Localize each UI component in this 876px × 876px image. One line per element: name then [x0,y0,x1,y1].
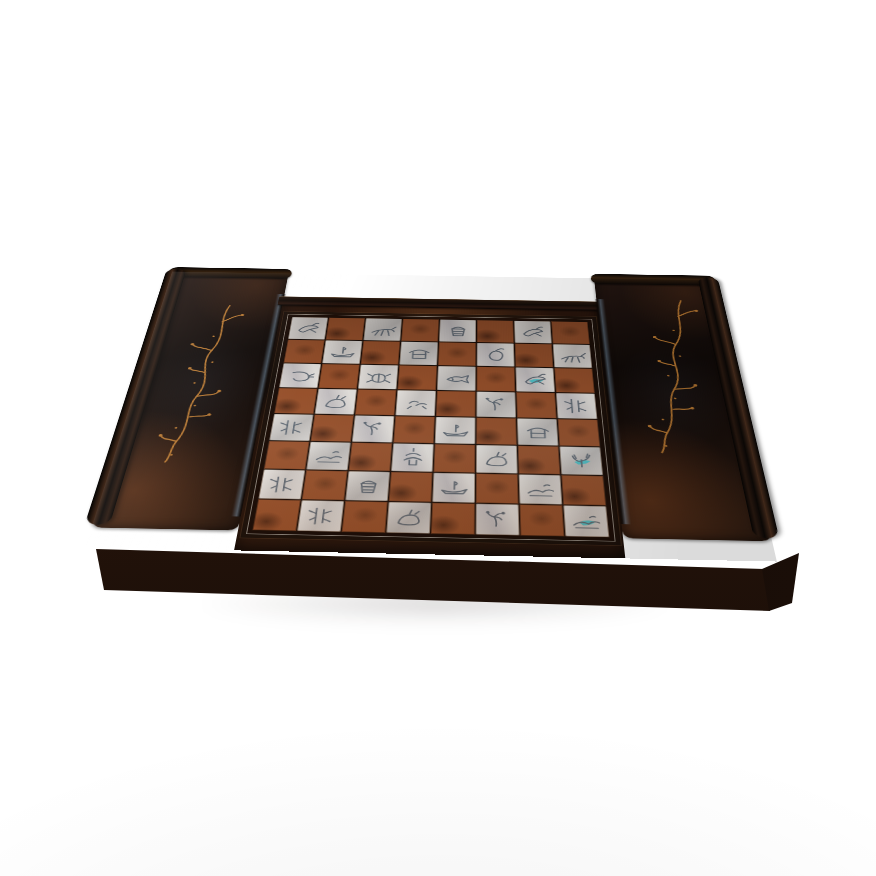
tray-right-end-molding [590,274,716,286]
square-d7[interactable] [399,341,438,365]
square-c6[interactable] [358,365,399,390]
gilt-branch-right-icon [638,295,705,459]
motif-flower-icon [479,506,516,533]
motif-bird-icon [517,322,549,341]
square-d2[interactable] [389,472,433,502]
motif-bamboo-icon [262,472,302,497]
square-f6[interactable] [477,367,516,392]
motif-peach-icon [480,345,512,365]
square-g3[interactable] [518,446,561,475]
tray-left-end-molding [167,267,292,279]
board-scene [85,200,785,630]
square-b3[interactable] [306,442,351,471]
motif-bird-icon [518,369,551,390]
square-d1[interactable] [386,502,431,534]
square-d8[interactable] [401,319,439,342]
square-b7[interactable] [322,340,362,364]
motif-flower-icon [479,393,512,415]
square-e1[interactable] [431,503,475,535]
motif-bamboo-icon [559,395,594,417]
motif-rock-icon [479,447,514,471]
square-a4[interactable] [269,414,313,441]
board-grid [252,316,611,538]
board-frame [246,314,616,542]
square-d6[interactable] [397,365,437,390]
square-g5[interactable] [516,392,557,418]
square-a7[interactable] [284,340,325,364]
motif-boat-icon [438,419,472,442]
motif-shrimp-icon [282,365,318,386]
motif-boat-icon [325,342,359,362]
motif-pavilion-icon [520,420,555,443]
square-f2[interactable] [476,473,519,503]
motif-basket-icon [349,473,387,498]
motif-coral-icon [563,449,600,473]
motif-landscape-icon [310,444,348,468]
square-e2[interactable] [432,473,475,503]
square-a6[interactable] [279,363,321,388]
motif-flower-icon [355,417,391,440]
square-f7[interactable] [477,343,515,367]
square-c2[interactable] [345,471,390,501]
square-a5[interactable] [274,388,317,414]
square-f3[interactable] [476,445,518,474]
square-h4[interactable] [558,419,601,447]
motif-bamboo-icon [301,503,341,530]
motif-pavilion-icon [402,343,435,363]
square-e5[interactable] [436,391,476,417]
square-e8[interactable] [439,319,476,342]
square-f8[interactable] [477,320,514,343]
motif-rock-icon [390,504,428,531]
motif-grasshopper-icon [556,346,589,366]
square-a2[interactable] [258,469,305,499]
square-f5[interactable] [476,391,516,417]
square-c8[interactable] [363,318,402,341]
square-e6[interactable] [437,366,476,391]
motif-pagoda-icon [394,445,430,469]
square-c5[interactable] [355,389,397,415]
board-panel [234,301,625,559]
square-g4[interactable] [517,418,559,445]
square-h5[interactable] [556,393,597,419]
square-g8[interactable] [514,321,552,344]
square-f4[interactable] [476,417,517,444]
motif-basket-icon [442,321,473,340]
square-h6[interactable] [554,368,594,393]
square-h7[interactable] [553,344,593,368]
motif-beetle-icon [361,366,395,387]
motif-landscape-icon [522,477,559,503]
motif-insect-icon [399,392,433,414]
square-a1[interactable] [253,499,301,531]
photo-stage [0,0,876,876]
square-c4[interactable] [352,415,395,442]
board-far-edge-molding [278,296,603,310]
square-e4[interactable] [435,417,476,444]
square-h1[interactable] [563,505,609,537]
square-g2[interactable] [519,474,563,504]
square-h8[interactable] [551,321,590,344]
square-c1[interactable] [342,501,388,533]
square-a3[interactable] [264,441,310,470]
square-b6[interactable] [318,364,359,389]
square-g1[interactable] [520,504,565,536]
motif-bird-icon [291,319,325,338]
motif-grasshopper-icon [366,320,399,339]
tray-right-outer-lip [698,277,780,538]
chess-board [85,299,777,562]
square-b8[interactable] [326,318,365,341]
square-b4[interactable] [310,415,353,442]
square-c7[interactable] [361,341,401,365]
square-b5[interactable] [315,389,357,415]
motif-boat-icon [436,475,472,501]
square-d5[interactable] [395,390,436,416]
square-d4[interactable] [393,416,435,443]
motif-fish-icon [440,368,473,389]
square-e3[interactable] [433,444,475,473]
square-h2[interactable] [561,475,606,505]
square-b2[interactable] [302,470,348,500]
square-e7[interactable] [438,342,476,366]
square-g7[interactable] [515,343,554,367]
motif-landscape-icon [567,508,606,535]
square-f1[interactable] [476,504,520,536]
square-c3[interactable] [349,442,393,471]
square-b1[interactable] [297,500,344,532]
square-a8[interactable] [288,317,328,340]
piece-tray-right [594,278,772,541]
square-g6[interactable] [515,367,555,392]
square-d3[interactable] [391,443,434,472]
motif-bamboo-icon [273,416,310,439]
motif-rock-icon [318,391,354,413]
square-h3[interactable] [559,446,603,475]
